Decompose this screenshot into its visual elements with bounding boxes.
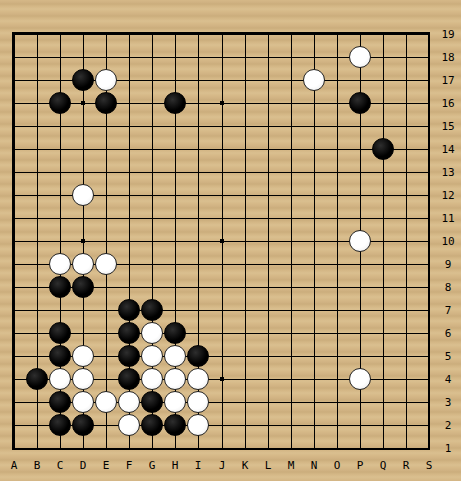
stone-white-p4[interactable] (349, 368, 371, 390)
col-label-h: H (168, 459, 182, 472)
stone-black-d8[interactable] (72, 276, 94, 298)
stone-black-g2[interactable] (141, 414, 163, 436)
row-label-6: 6 (438, 327, 458, 340)
stone-white-p18[interactable] (349, 46, 371, 68)
stone-white-n17[interactable] (303, 69, 325, 91)
col-label-k: K (238, 459, 252, 472)
stone-black-h16[interactable] (164, 92, 186, 114)
col-label-l: L (261, 459, 275, 472)
star-point-d10 (81, 239, 85, 243)
star-point-j4 (220, 377, 224, 381)
col-label-e: E (99, 459, 113, 472)
row-label-2: 2 (438, 419, 458, 432)
row-label-18: 18 (438, 51, 458, 64)
stone-white-i2[interactable] (187, 414, 209, 436)
stone-black-p16[interactable] (349, 92, 371, 114)
stone-white-p10[interactable] (349, 230, 371, 252)
stone-white-c9[interactable] (49, 253, 71, 275)
row-label-10: 10 (438, 235, 458, 248)
row-label-5: 5 (438, 350, 458, 363)
stone-black-c16[interactable] (49, 92, 71, 114)
row-label-16: 16 (438, 97, 458, 110)
col-label-p: P (353, 459, 367, 472)
stone-white-h5[interactable] (164, 345, 186, 367)
row-label-13: 13 (438, 166, 458, 179)
stone-white-d4[interactable] (72, 368, 94, 390)
row-label-15: 15 (438, 120, 458, 133)
star-point-j10 (220, 239, 224, 243)
col-label-d: D (76, 459, 90, 472)
stone-black-c3[interactable] (49, 391, 71, 413)
stone-white-g5[interactable] (141, 345, 163, 367)
row-label-12: 12 (438, 189, 458, 202)
row-label-4: 4 (438, 373, 458, 386)
stone-black-b4[interactable] (26, 368, 48, 390)
stone-white-e3[interactable] (95, 391, 117, 413)
stone-black-c2[interactable] (49, 414, 71, 436)
stone-black-g7[interactable] (141, 299, 163, 321)
col-label-g: G (145, 459, 159, 472)
col-label-i: I (191, 459, 205, 472)
stone-black-c5[interactable] (49, 345, 71, 367)
stone-white-f2[interactable] (118, 414, 140, 436)
stone-black-f6[interactable] (118, 322, 140, 344)
stone-black-g3[interactable] (141, 391, 163, 413)
row-label-1: 1 (438, 442, 458, 455)
stone-white-c4[interactable] (49, 368, 71, 390)
stone-black-f7[interactable] (118, 299, 140, 321)
row-label-17: 17 (438, 74, 458, 87)
col-label-s: S (422, 459, 436, 472)
stone-black-q14[interactable] (372, 138, 394, 160)
col-label-q: Q (376, 459, 390, 472)
col-label-r: R (399, 459, 413, 472)
stone-white-d5[interactable] (72, 345, 94, 367)
stone-white-e9[interactable] (95, 253, 117, 275)
col-label-c: C (53, 459, 67, 472)
row-label-11: 11 (438, 212, 458, 225)
stone-white-d9[interactable] (72, 253, 94, 275)
col-label-b: B (30, 459, 44, 472)
col-label-n: N (307, 459, 321, 472)
row-label-8: 8 (438, 281, 458, 294)
stone-black-e16[interactable] (95, 92, 117, 114)
stone-black-d2[interactable] (72, 414, 94, 436)
stone-black-c6[interactable] (49, 322, 71, 344)
stone-black-f4[interactable] (118, 368, 140, 390)
stone-white-h4[interactable] (164, 368, 186, 390)
stone-white-g4[interactable] (141, 368, 163, 390)
go-board[interactable]: ABCDEFGHIJKLMNOPQRS191817161514131211109… (0, 0, 461, 481)
stone-white-d12[interactable] (72, 184, 94, 206)
col-label-j: J (215, 459, 229, 472)
col-label-o: O (330, 459, 344, 472)
star-point-d16 (81, 101, 85, 105)
row-label-3: 3 (438, 396, 458, 409)
stone-white-h3[interactable] (164, 391, 186, 413)
stone-black-c8[interactable] (49, 276, 71, 298)
col-label-a: A (7, 459, 21, 472)
row-label-14: 14 (438, 143, 458, 156)
row-label-9: 9 (438, 258, 458, 271)
stone-black-f5[interactable] (118, 345, 140, 367)
stone-black-h2[interactable] (164, 414, 186, 436)
stone-black-d17[interactable] (72, 69, 94, 91)
stone-white-d3[interactable] (72, 391, 94, 413)
star-point-j16 (220, 101, 224, 105)
stone-white-g6[interactable] (141, 322, 163, 344)
stone-white-e17[interactable] (95, 69, 117, 91)
stone-white-i4[interactable] (187, 368, 209, 390)
stone-black-h6[interactable] (164, 322, 186, 344)
stone-black-i5[interactable] (187, 345, 209, 367)
stone-white-i3[interactable] (187, 391, 209, 413)
row-label-7: 7 (438, 304, 458, 317)
stone-white-f3[interactable] (118, 391, 140, 413)
row-label-19: 19 (438, 28, 458, 41)
col-label-f: F (122, 459, 136, 472)
col-label-m: M (284, 459, 298, 472)
